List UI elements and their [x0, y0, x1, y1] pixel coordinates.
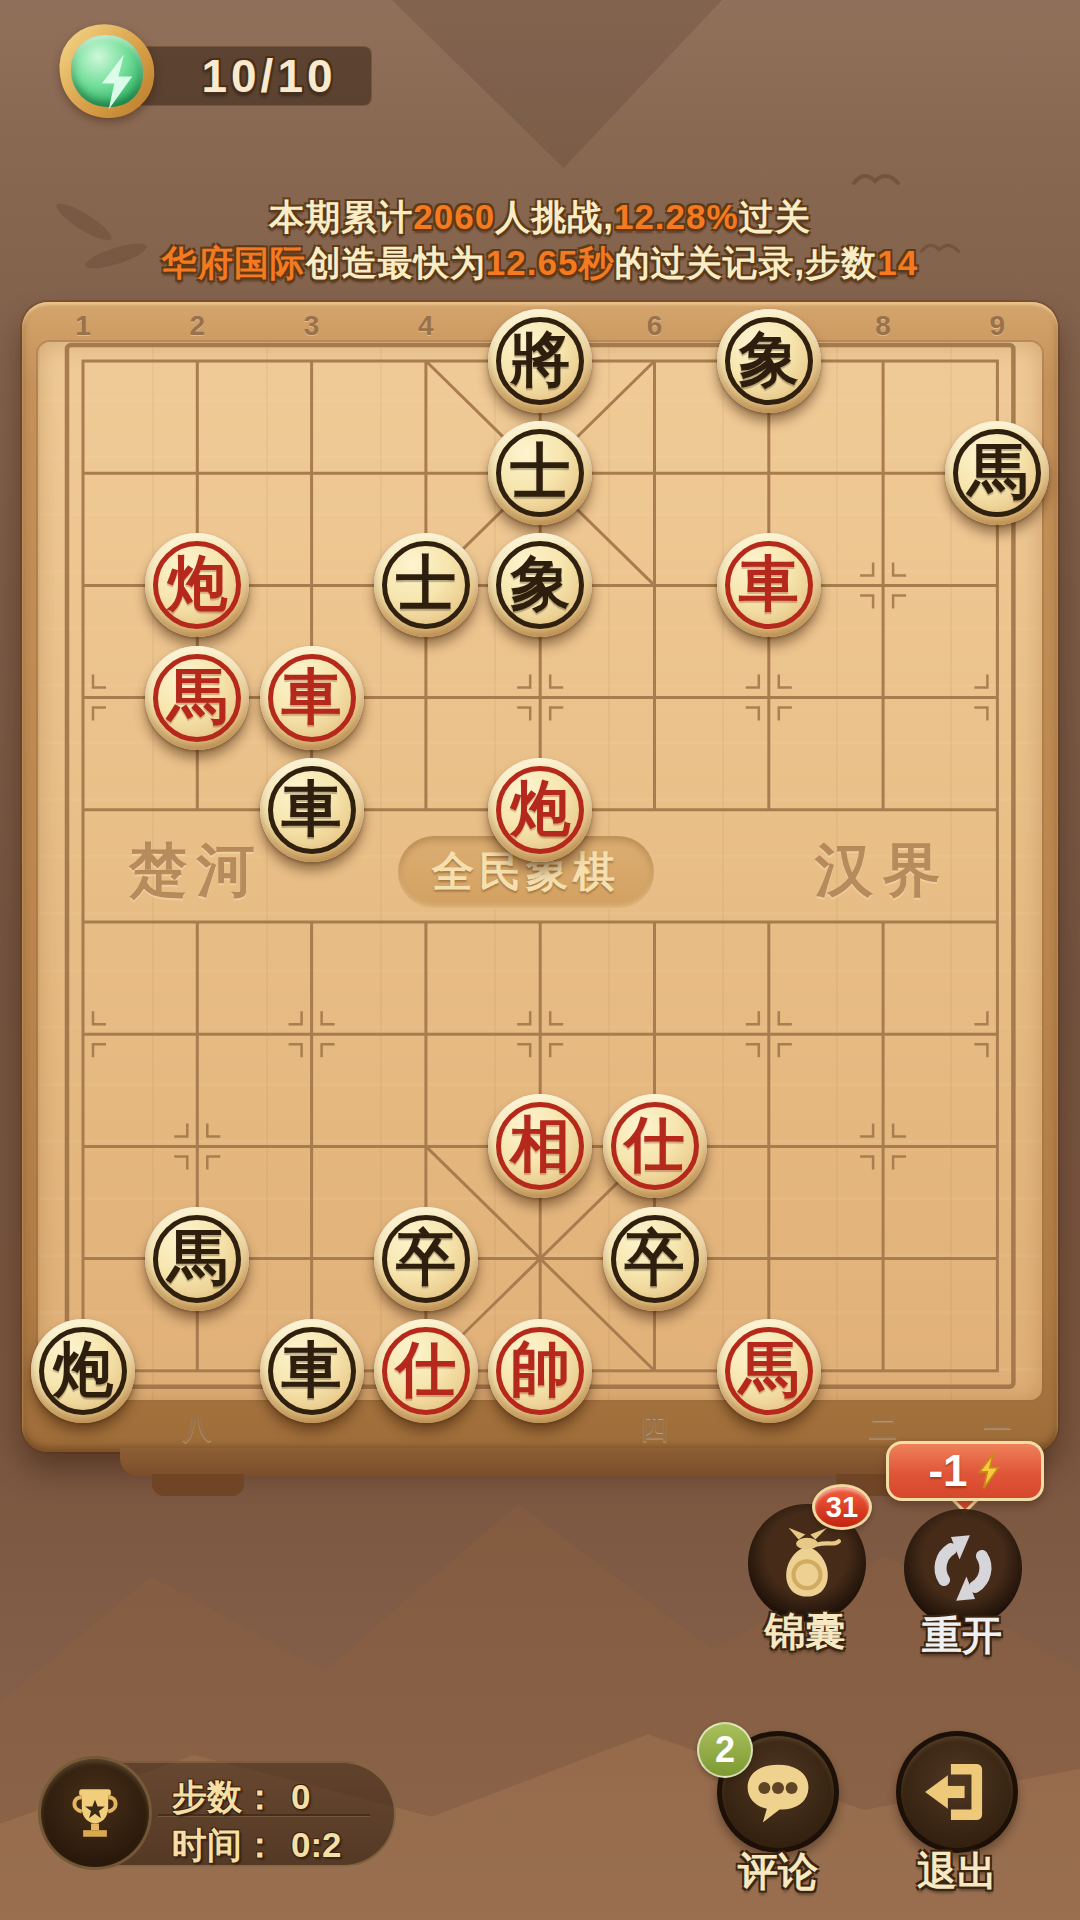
piece-character: 馬 [717, 1319, 821, 1423]
steps-label: 步数： [172, 1777, 277, 1816]
pouch-icon [765, 1521, 849, 1605]
river-text-right: 汉界 [753, 832, 1013, 910]
stats-segment: 过关 [739, 197, 811, 236]
stats-segment: 人挑战, [495, 197, 614, 236]
piece-character: 炮 [488, 758, 592, 862]
bird-icon [852, 168, 900, 192]
trophy-icon [62, 1780, 128, 1846]
stats-segment: 华府国际 [162, 243, 306, 282]
piece-character: 車 [260, 646, 364, 750]
coord-label-top: 3 [292, 310, 332, 342]
board-foot-left [152, 1474, 244, 1496]
piece-character: 卒 [603, 1207, 707, 1311]
piece-black-卒[interactable]: 卒 [374, 1207, 478, 1311]
restart-cost-value: -1 [928, 1446, 967, 1496]
piece-red-馬[interactable]: 馬 [717, 1319, 821, 1423]
piece-red-仕[interactable]: 仕 [603, 1094, 707, 1198]
piece-character: 炮 [31, 1319, 135, 1423]
exit-button[interactable] [896, 1731, 1018, 1853]
coord-label-top: 1 [63, 310, 103, 342]
piece-red-車[interactable]: 車 [717, 533, 821, 637]
piece-red-炮[interactable]: 炮 [488, 758, 592, 862]
time-row: 时间：0:2 [172, 1822, 392, 1869]
piece-red-馬[interactable]: 馬 [145, 646, 249, 750]
piece-red-相[interactable]: 相 [488, 1094, 592, 1198]
piece-character: 車 [260, 1319, 364, 1423]
piece-black-卒[interactable]: 卒 [603, 1207, 707, 1311]
comment-label: 评论 [688, 1844, 868, 1899]
piece-black-馬[interactable]: 馬 [945, 421, 1049, 525]
hint-count-badge: 31 [812, 1484, 872, 1530]
restart-cost-badge: -1 [886, 1441, 1044, 1501]
xiangqi-board[interactable]: 楚河 汉界 全民象棋 123456789八四二一 將象士馬炮士象車馬車車炮相仕馬… [22, 302, 1058, 1452]
piece-red-炮[interactable]: 炮 [145, 533, 249, 637]
time-value: 0:2 [291, 1825, 342, 1864]
energy-counter: 10/10 [128, 46, 372, 106]
piece-character: 士 [374, 533, 478, 637]
logout-icon [919, 1754, 995, 1830]
stats-segment: 本期累计 [269, 197, 413, 236]
piece-character: 車 [717, 533, 821, 637]
time-label: 时间： [172, 1825, 277, 1864]
coord-label-top: 4 [406, 310, 446, 342]
stats-segment: 2060 [413, 197, 495, 236]
piece-character: 卒 [374, 1207, 478, 1311]
stats-segment: 12.28% [614, 197, 739, 236]
piece-red-仕[interactable]: 仕 [374, 1319, 478, 1423]
stats-segment: 12.65秒 [486, 243, 615, 282]
coord-label-bottom: 四 [635, 1410, 675, 1448]
piece-black-車[interactable]: 車 [260, 758, 364, 862]
mountain-silhouette-top [392, 0, 722, 168]
chat-bubble-icon [738, 1752, 818, 1832]
piece-character: 將 [488, 309, 592, 413]
piece-character: 士 [488, 421, 592, 525]
piece-character: 象 [717, 309, 821, 413]
piece-character: 仕 [603, 1094, 707, 1198]
piece-red-帥[interactable]: 帥 [488, 1319, 592, 1423]
energy-count: 10/10 [169, 49, 369, 103]
stats-segment: 创造最快为 [306, 243, 486, 282]
coord-label-bottom: 八 [177, 1410, 217, 1448]
exit-label: 退出 [867, 1844, 1047, 1899]
piece-black-車[interactable]: 車 [260, 1319, 364, 1423]
piece-character: 仕 [374, 1319, 478, 1423]
energy-gem [71, 35, 143, 107]
piece-black-炮[interactable]: 炮 [31, 1319, 135, 1423]
piece-character: 相 [488, 1094, 592, 1198]
piece-character: 炮 [145, 533, 249, 637]
piece-character: 車 [260, 758, 364, 862]
trophy-emblem [38, 1756, 152, 1870]
lightning-icon [976, 1452, 1002, 1490]
steps-value: 0 [291, 1777, 310, 1816]
coord-label-top: 6 [635, 310, 675, 342]
comment-count-badge: 2 [697, 1722, 753, 1778]
refresh-icon [920, 1525, 1006, 1611]
coord-label-top: 2 [177, 310, 217, 342]
piece-character: 馬 [945, 421, 1049, 525]
stats-segment: 14 [877, 243, 918, 282]
piece-black-象[interactable]: 象 [717, 309, 821, 413]
piece-character: 帥 [488, 1319, 592, 1423]
restart-label: 重开 [872, 1608, 1052, 1663]
piece-character: 馬 [145, 1207, 249, 1311]
piece-character: 象 [488, 533, 592, 637]
coord-label-top: 8 [863, 310, 903, 342]
lightning-icon [95, 53, 139, 111]
steps-row: 步数：0 [172, 1774, 392, 1821]
piece-red-車[interactable]: 車 [260, 646, 364, 750]
stats-line-1: 本期累计2060人挑战,12.28%过关 [0, 194, 1080, 241]
piece-black-馬[interactable]: 馬 [145, 1207, 249, 1311]
game-screen: 10/10 本期累计2060人挑战,12.28%过关 华府国际创造最快为12.6… [0, 0, 1080, 1920]
piece-black-象[interactable]: 象 [488, 533, 592, 637]
board-base [120, 1448, 960, 1476]
energy-icon [60, 24, 154, 118]
stats-line-2: 华府国际创造最快为12.65秒的过关记录,步数14 [0, 240, 1080, 287]
stats-segment: 的过关记录,步数 [614, 243, 877, 282]
piece-character: 馬 [145, 646, 249, 750]
piece-black-將[interactable]: 將 [488, 309, 592, 413]
piece-black-士[interactable]: 士 [488, 421, 592, 525]
coord-label-top: 9 [977, 310, 1017, 342]
piece-black-士[interactable]: 士 [374, 533, 478, 637]
hint-pouch-label: 锦囊 [715, 1604, 895, 1659]
